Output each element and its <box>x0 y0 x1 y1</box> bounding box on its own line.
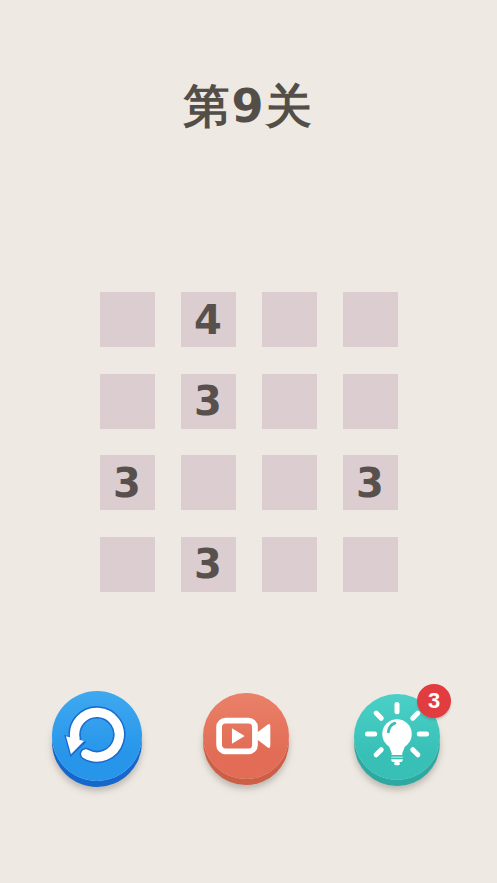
grid-cell-r3c1[interactable]: 3 <box>181 537 236 592</box>
grid-cell-r3c3[interactable] <box>343 537 398 592</box>
grid-cell-r1c1[interactable]: 3 <box>181 374 236 429</box>
grid-cell-r2c1[interactable] <box>181 455 236 510</box>
grid-cell-r0c0[interactable] <box>100 292 155 347</box>
restart-button[interactable] <box>52 691 142 781</box>
hint-count-badge: 3 <box>417 684 451 718</box>
grid-cell-r3c2[interactable] <box>262 537 317 592</box>
hint-count: 3 <box>428 688 440 714</box>
level-title: 第9关 <box>0 76 497 138</box>
grid-cell-r2c3[interactable]: 3 <box>343 455 398 510</box>
grid-cell-r1c0[interactable] <box>100 374 155 429</box>
puzzle-grid: 4 3 3 3 3 <box>100 292 398 592</box>
grid-cell-r1c2[interactable] <box>262 374 317 429</box>
grid-cell-r0c2[interactable] <box>262 292 317 347</box>
video-camera-icon <box>214 704 278 768</box>
grid-cell-r1c3[interactable] <box>343 374 398 429</box>
circular-arrow-restart-icon <box>66 705 128 767</box>
game-screen: 第9关 4 3 3 3 3 <box>0 0 497 883</box>
grid-cell-r2c0[interactable]: 3 <box>100 455 155 510</box>
grid-cell-r0c3[interactable] <box>343 292 398 347</box>
grid-cell-r2c2[interactable] <box>262 455 317 510</box>
grid-cell-r3c0[interactable] <box>100 537 155 592</box>
hint-button[interactable]: 3 <box>354 694 440 780</box>
grid-cell-r0c1[interactable]: 4 <box>181 292 236 347</box>
watch-video-button[interactable] <box>203 693 289 779</box>
